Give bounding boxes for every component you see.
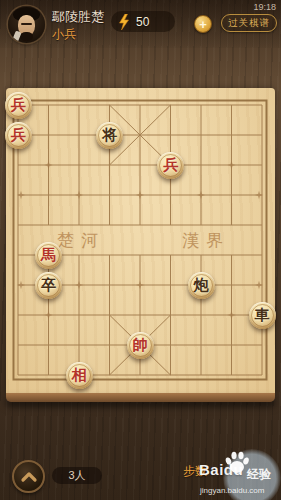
piece-black-炮[interactable]: 炮 — [188, 272, 215, 299]
piece-black-卒[interactable]: 卒 — [35, 272, 62, 299]
player-rank: 小兵 — [52, 26, 76, 43]
piece-red-兵[interactable]: 兵 — [5, 92, 32, 119]
piece-red-帥[interactable]: 帥 — [127, 332, 154, 359]
piece-red-馬[interactable]: 馬 — [35, 242, 62, 269]
level-name: 鄢陵胜楚 — [52, 8, 104, 26]
xiangqi-board[interactable]: 楚河 漢界 兵兵将兵馬卒炮車帥相 — [6, 88, 275, 393]
board-bottom-edge — [6, 393, 275, 402]
piece-char: 兵 — [11, 98, 26, 113]
piece-char: 兵 — [163, 158, 178, 173]
piece-char: 相 — [72, 368, 87, 383]
xiangqi-app-screen: 鄢陵胜楚 小兵 50 + 过关棋谱 19:18 — [0, 0, 281, 500]
energy-value: 50 — [136, 15, 149, 29]
piece-black-将[interactable]: 将 — [96, 122, 123, 149]
energy-counter: 50 — [111, 11, 175, 32]
piece-char: 炮 — [194, 278, 209, 293]
river-text-left: 楚河 — [57, 231, 105, 250]
piece-red-兵[interactable]: 兵 — [5, 122, 32, 149]
puzzle-records-button[interactable]: 过关棋谱 — [221, 14, 277, 32]
add-energy-button[interactable]: + — [194, 15, 212, 33]
status-clock: 19:18 — [253, 2, 276, 12]
piece-char: 卒 — [41, 278, 56, 293]
avatar[interactable] — [8, 6, 45, 43]
piece-char: 兵 — [11, 128, 26, 143]
watermark-suffix: 经验 — [247, 466, 271, 483]
chevron-up-icon — [19, 467, 39, 487]
avatar-eyes — [21, 23, 32, 25]
piece-black-車[interactable]: 車 — [249, 302, 276, 329]
river-text-right: 漢界 — [182, 231, 230, 250]
piece-char: 車 — [255, 308, 270, 323]
avatar-beard — [20, 32, 33, 41]
piece-red-兵[interactable]: 兵 — [157, 152, 184, 179]
players-count[interactable]: 3人 — [52, 467, 102, 484]
piece-char: 馬 — [41, 248, 56, 263]
piece-red-相[interactable]: 相 — [66, 362, 93, 389]
watermark-url: jingyan.baidu.com — [200, 486, 264, 495]
collapse-button[interactable] — [12, 460, 45, 493]
piece-char: 将 — [102, 128, 117, 143]
piece-char: 帥 — [133, 338, 148, 353]
lightning-icon — [118, 14, 129, 30]
